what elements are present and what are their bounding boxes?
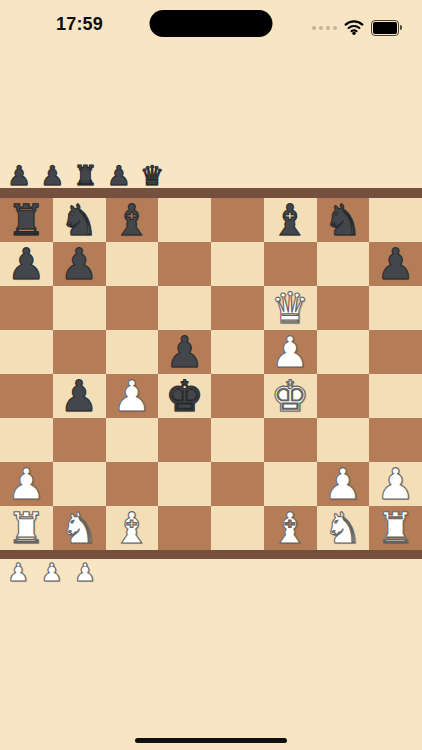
captured-black-pawn: ♟ <box>7 162 31 189</box>
black-pawn[interactable]: ♟ <box>7 242 46 286</box>
square-a8[interactable]: ♜ <box>0 198 53 242</box>
square-d4[interactable]: ♚ <box>158 374 211 418</box>
black-pawn[interactable]: ♟ <box>60 242 99 286</box>
square-h6[interactable] <box>369 286 422 330</box>
square-f8[interactable]: ♝ <box>264 198 317 242</box>
square-b2[interactable] <box>53 462 106 506</box>
white-queen[interactable]: ♛ <box>271 286 310 330</box>
square-c4[interactable]: ♟ <box>106 374 159 418</box>
square-f6[interactable]: ♛ <box>264 286 317 330</box>
square-a6[interactable] <box>0 286 53 330</box>
black-bishop[interactable]: ♝ <box>113 198 152 242</box>
black-king[interactable]: ♚ <box>165 374 204 418</box>
square-f5[interactable]: ♟ <box>264 330 317 374</box>
home-indicator[interactable] <box>135 738 287 743</box>
square-a3[interactable] <box>0 418 53 462</box>
square-h3[interactable] <box>369 418 422 462</box>
square-b5[interactable] <box>53 330 106 374</box>
black-knight[interactable]: ♞ <box>324 198 363 242</box>
square-f4[interactable]: ♚ <box>264 374 317 418</box>
white-pawn[interactable]: ♟ <box>271 330 310 374</box>
square-e5[interactable] <box>211 330 264 374</box>
square-h8[interactable] <box>369 198 422 242</box>
white-rook[interactable]: ♜ <box>7 506 46 550</box>
square-g3[interactable] <box>317 418 370 462</box>
square-g6[interactable] <box>317 286 370 330</box>
black-bishop[interactable]: ♝ <box>271 198 310 242</box>
black-rook[interactable]: ♜ <box>7 198 46 242</box>
clock: 17:59 <box>56 14 103 35</box>
square-a4[interactable] <box>0 374 53 418</box>
wifi-icon <box>344 20 364 35</box>
square-h4[interactable] <box>369 374 422 418</box>
square-c5[interactable] <box>106 330 159 374</box>
square-c7[interactable] <box>106 242 159 286</box>
square-c2[interactable] <box>106 462 159 506</box>
chess-board[interactable]: ♜♞♝♝♞♟♟♟♛♟♟♟♟♚♚♟♟♟♜♞♝♝♞♜ <box>0 198 422 550</box>
square-e2[interactable] <box>211 462 264 506</box>
square-g8[interactable]: ♞ <box>317 198 370 242</box>
white-pawn[interactable]: ♟ <box>376 462 415 506</box>
captured-white-pieces-tray: ♟♟♟ <box>7 560 96 585</box>
captured-black-pawn: ♟ <box>40 162 64 189</box>
captured-black-pieces-tray: ♟♟♜♟♛ <box>7 162 164 189</box>
battery-icon <box>371 20 402 36</box>
white-rook[interactable]: ♜ <box>376 506 415 550</box>
square-g5[interactable] <box>317 330 370 374</box>
square-f2[interactable] <box>264 462 317 506</box>
square-f1[interactable]: ♝ <box>264 506 317 550</box>
black-knight[interactable]: ♞ <box>60 198 99 242</box>
square-d7[interactable] <box>158 242 211 286</box>
white-pawn[interactable]: ♟ <box>113 374 152 418</box>
captured-black-rook: ♜ <box>73 162 97 189</box>
white-pawn[interactable]: ♟ <box>324 462 363 506</box>
square-b3[interactable] <box>53 418 106 462</box>
captured-white-pawn: ♟ <box>74 560 96 585</box>
square-a5[interactable] <box>0 330 53 374</box>
square-b8[interactable]: ♞ <box>53 198 106 242</box>
square-d8[interactable] <box>158 198 211 242</box>
status-icons <box>312 20 402 35</box>
square-h2[interactable]: ♟ <box>369 462 422 506</box>
black-pawn[interactable]: ♟ <box>165 330 204 374</box>
square-h1[interactable]: ♜ <box>369 506 422 550</box>
white-bishop[interactable]: ♝ <box>113 506 152 550</box>
white-bishop[interactable]: ♝ <box>271 506 310 550</box>
square-b4[interactable]: ♟ <box>53 374 106 418</box>
square-h7[interactable]: ♟ <box>369 242 422 286</box>
square-e1[interactable] <box>211 506 264 550</box>
white-king[interactable]: ♚ <box>271 374 310 418</box>
square-e8[interactable] <box>211 198 264 242</box>
square-c1[interactable]: ♝ <box>106 506 159 550</box>
square-c8[interactable]: ♝ <box>106 198 159 242</box>
square-g4[interactable] <box>317 374 370 418</box>
square-e4[interactable] <box>211 374 264 418</box>
captured-black-queen: ♛ <box>140 162 164 189</box>
square-d5[interactable]: ♟ <box>158 330 211 374</box>
square-d1[interactable] <box>158 506 211 550</box>
white-pawn[interactable]: ♟ <box>7 462 46 506</box>
black-pawn[interactable]: ♟ <box>60 374 99 418</box>
captured-white-pawn: ♟ <box>7 560 29 585</box>
square-f7[interactable] <box>264 242 317 286</box>
square-b6[interactable] <box>53 286 106 330</box>
square-e3[interactable] <box>211 418 264 462</box>
status-bar: 17:59 <box>0 0 422 47</box>
square-e7[interactable] <box>211 242 264 286</box>
square-d3[interactable] <box>158 418 211 462</box>
square-d2[interactable] <box>158 462 211 506</box>
captured-white-pawn: ♟ <box>40 560 62 585</box>
square-a2[interactable]: ♟ <box>0 462 53 506</box>
captured-black-pawn: ♟ <box>107 162 131 189</box>
square-c6[interactable] <box>106 286 159 330</box>
square-g7[interactable] <box>317 242 370 286</box>
square-a7[interactable]: ♟ <box>0 242 53 286</box>
square-e6[interactable] <box>211 286 264 330</box>
square-c3[interactable] <box>106 418 159 462</box>
square-a1[interactable]: ♜ <box>0 506 53 550</box>
square-d6[interactable] <box>158 286 211 330</box>
square-b7[interactable]: ♟ <box>53 242 106 286</box>
square-h5[interactable] <box>369 330 422 374</box>
square-f3[interactable] <box>264 418 317 462</box>
white-knight[interactable]: ♞ <box>324 506 363 550</box>
white-knight[interactable]: ♞ <box>60 506 99 550</box>
square-g2[interactable]: ♟ <box>317 462 370 506</box>
square-g1[interactable]: ♞ <box>317 506 370 550</box>
square-b1[interactable]: ♞ <box>53 506 106 550</box>
black-pawn[interactable]: ♟ <box>376 242 415 286</box>
dynamic-island <box>150 10 273 37</box>
cellular-signal-icon <box>312 26 337 30</box>
